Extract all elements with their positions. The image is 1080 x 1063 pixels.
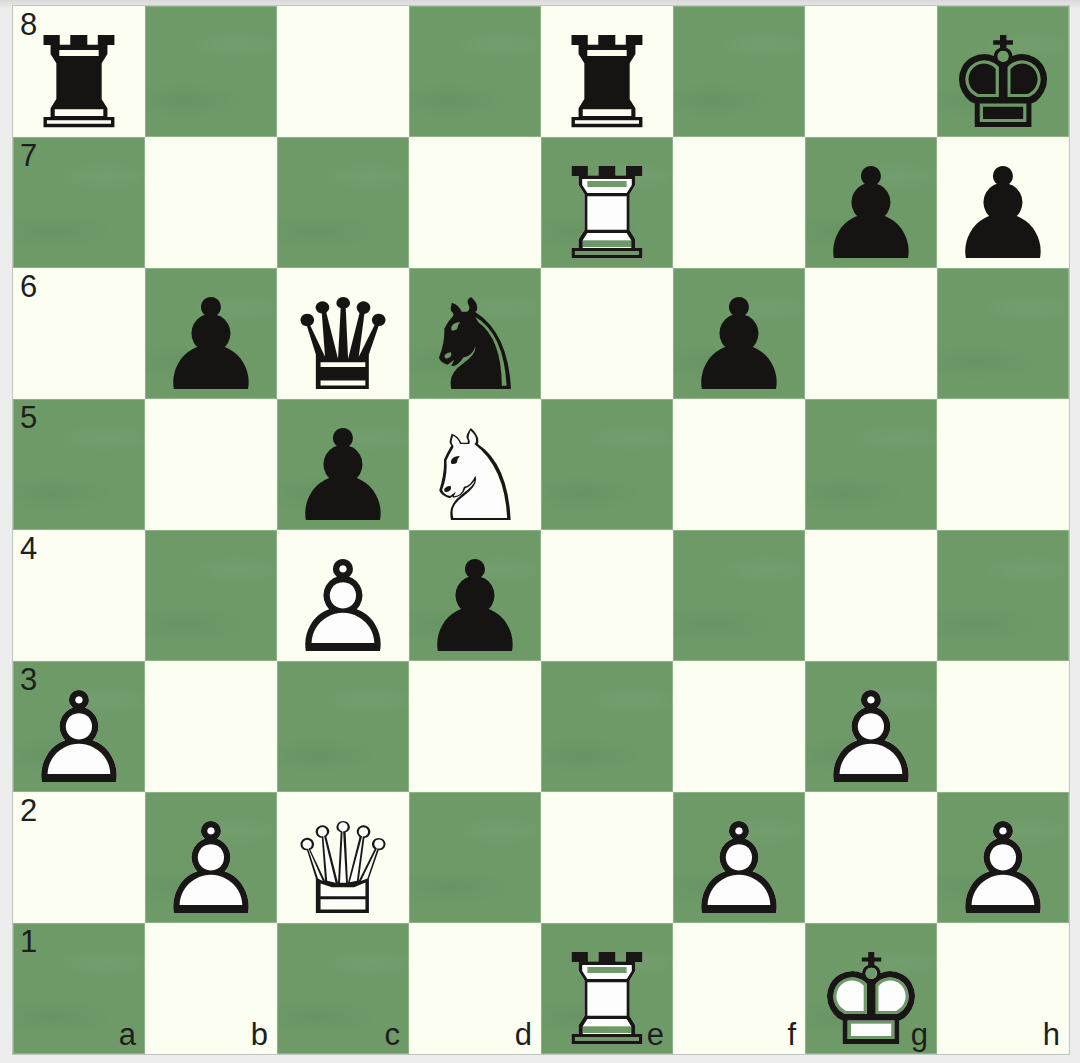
black-pawn-glyph: ♟ xyxy=(145,280,277,411)
square-e5[interactable] xyxy=(541,399,673,530)
white-pawn-piece[interactable]: ♟♙ xyxy=(937,792,1069,923)
square-a3[interactable]: 3♟♙ xyxy=(13,661,145,792)
white-queen-outline: ♕ xyxy=(277,804,409,935)
black-rook-piece[interactable]: ♜ xyxy=(541,6,673,137)
square-f4[interactable] xyxy=(673,530,805,661)
square-e7[interactable]: ♜♖ xyxy=(541,137,673,268)
black-pawn-piece[interactable]: ♟ xyxy=(937,137,1069,268)
square-b3[interactable] xyxy=(145,661,277,792)
file-label-h: h xyxy=(1043,1019,1060,1050)
black-king-piece[interactable]: ♚ xyxy=(937,6,1069,137)
square-f1[interactable]: f xyxy=(673,923,805,1054)
black-pawn-glyph: ♟ xyxy=(409,542,541,673)
black-rook-glyph: ♜ xyxy=(13,18,145,149)
white-rook-piece[interactable]: ♜♖ xyxy=(541,923,673,1054)
black-pawn-glyph: ♟ xyxy=(805,149,937,280)
square-b1[interactable]: b xyxy=(145,923,277,1054)
white-pawn-piece[interactable]: ♟♙ xyxy=(277,530,409,661)
square-d5[interactable]: ♞♘ xyxy=(409,399,541,530)
square-f3[interactable] xyxy=(673,661,805,792)
file-label-d: d xyxy=(515,1019,532,1050)
square-h7[interactable]: ♟ xyxy=(937,137,1069,268)
square-e6[interactable] xyxy=(541,268,673,399)
square-a5[interactable]: 5 xyxy=(13,399,145,530)
white-knight-outline: ♘ xyxy=(409,411,541,542)
black-pawn-piece[interactable]: ♟ xyxy=(409,530,541,661)
square-b2[interactable]: ♟♙ xyxy=(145,792,277,923)
white-pawn-piece[interactable]: ♟♙ xyxy=(805,661,937,792)
square-g6[interactable] xyxy=(805,268,937,399)
square-e4[interactable] xyxy=(541,530,673,661)
black-queen-glyph: ♛ xyxy=(277,280,409,411)
rank-label-5: 5 xyxy=(20,402,37,433)
square-c8[interactable] xyxy=(277,6,409,137)
square-c5[interactable]: ♟ xyxy=(277,399,409,530)
black-knight-glyph: ♞ xyxy=(409,280,541,411)
square-d1[interactable]: d xyxy=(409,923,541,1054)
square-a4[interactable]: 4 xyxy=(13,530,145,661)
white-king-piece[interactable]: ♚♔ xyxy=(805,923,937,1054)
file-label-c: c xyxy=(385,1019,401,1050)
square-g1[interactable]: g♚♔ xyxy=(805,923,937,1054)
white-rook-outline: ♖ xyxy=(541,149,673,280)
rank-label-4: 4 xyxy=(20,533,37,564)
square-f8[interactable] xyxy=(673,6,805,137)
white-pawn-outline: ♙ xyxy=(937,804,1069,935)
square-d4[interactable]: ♟ xyxy=(409,530,541,661)
white-pawn-piece[interactable]: ♟♙ xyxy=(673,792,805,923)
square-g2[interactable] xyxy=(805,792,937,923)
white-pawn-outline: ♙ xyxy=(145,804,277,935)
square-h3[interactable] xyxy=(937,661,1069,792)
white-pawn-piece[interactable]: ♟♙ xyxy=(13,661,145,792)
square-f7[interactable] xyxy=(673,137,805,268)
square-b8[interactable] xyxy=(145,6,277,137)
square-f2[interactable]: ♟♙ xyxy=(673,792,805,923)
white-rook-piece[interactable]: ♜♖ xyxy=(541,137,673,268)
square-g3[interactable]: ♟♙ xyxy=(805,661,937,792)
square-h1[interactable]: h xyxy=(937,923,1069,1054)
black-rook-glyph: ♜ xyxy=(541,18,673,149)
white-pawn-outline: ♙ xyxy=(13,673,145,804)
square-a1[interactable]: 1a xyxy=(13,923,145,1054)
black-pawn-glyph: ♟ xyxy=(673,280,805,411)
white-pawn-outline: ♙ xyxy=(277,542,409,673)
square-a8[interactable]: 8♜ xyxy=(13,6,145,137)
square-c6[interactable]: ♛ xyxy=(277,268,409,399)
square-g5[interactable] xyxy=(805,399,937,530)
white-pawn-outline: ♙ xyxy=(673,804,805,935)
chess-board: 8♜♜♚7♜♖♟♟6♟♛♞♟5♟♞♘4♟♙♟3♟♙♟♙2♟♙♛♕♟♙♟♙1abc… xyxy=(12,5,1070,1055)
square-b7[interactable] xyxy=(145,137,277,268)
white-rook-outline: ♖ xyxy=(541,935,673,1063)
square-f5[interactable] xyxy=(673,399,805,530)
square-e1[interactable]: e♜♖ xyxy=(541,923,673,1054)
square-e8[interactable]: ♜ xyxy=(541,6,673,137)
square-d2[interactable] xyxy=(409,792,541,923)
square-e3[interactable] xyxy=(541,661,673,792)
rank-label-6: 6 xyxy=(20,271,37,302)
black-pawn-glyph: ♟ xyxy=(277,411,409,542)
square-h8[interactable]: ♚ xyxy=(937,6,1069,137)
square-g7[interactable]: ♟ xyxy=(805,137,937,268)
white-pawn-piece[interactable]: ♟♙ xyxy=(145,792,277,923)
white-pawn-outline: ♙ xyxy=(805,673,937,804)
black-pawn-piece[interactable]: ♟ xyxy=(805,137,937,268)
square-d7[interactable] xyxy=(409,137,541,268)
square-b6[interactable]: ♟ xyxy=(145,268,277,399)
square-a7[interactable]: 7 xyxy=(13,137,145,268)
white-king-outline: ♔ xyxy=(805,935,937,1063)
square-h6[interactable] xyxy=(937,268,1069,399)
square-c3[interactable] xyxy=(277,661,409,792)
square-g4[interactable] xyxy=(805,530,937,661)
square-f6[interactable]: ♟ xyxy=(673,268,805,399)
file-label-b: b xyxy=(251,1019,268,1050)
square-a2[interactable]: 2 xyxy=(13,792,145,923)
page-background: 8♜♜♚7♜♖♟♟6♟♛♞♟5♟♞♘4♟♙♟3♟♙♟♙2♟♙♛♕♟♙♟♙1abc… xyxy=(0,0,1080,1063)
square-c4[interactable]: ♟♙ xyxy=(277,530,409,661)
black-king-glyph: ♚ xyxy=(937,18,1069,149)
square-d8[interactable] xyxy=(409,6,541,137)
square-b5[interactable] xyxy=(145,399,277,530)
rank-label-1: 1 xyxy=(20,926,37,957)
square-c7[interactable] xyxy=(277,137,409,268)
black-pawn-piece[interactable]: ♟ xyxy=(145,268,277,399)
file-label-a: a xyxy=(119,1019,136,1050)
white-knight-piece[interactable]: ♞♘ xyxy=(409,399,541,530)
white-queen-piece[interactable]: ♛♕ xyxy=(277,792,409,923)
square-e2[interactable] xyxy=(541,792,673,923)
square-c2[interactable]: ♛♕ xyxy=(277,792,409,923)
black-pawn-piece[interactable]: ♟ xyxy=(673,268,805,399)
black-queen-piece[interactable]: ♛ xyxy=(277,268,409,399)
square-b4[interactable] xyxy=(145,530,277,661)
black-pawn-glyph: ♟ xyxy=(937,149,1069,280)
black-pawn-piece[interactable]: ♟ xyxy=(277,399,409,530)
square-h4[interactable] xyxy=(937,530,1069,661)
black-knight-piece[interactable]: ♞ xyxy=(409,268,541,399)
square-a6[interactable]: 6 xyxy=(13,268,145,399)
square-h2[interactable]: ♟♙ xyxy=(937,792,1069,923)
square-g8[interactable] xyxy=(805,6,937,137)
file-label-f: f xyxy=(787,1019,796,1050)
square-d3[interactable] xyxy=(409,661,541,792)
square-h5[interactable] xyxy=(937,399,1069,530)
square-d6[interactable]: ♞ xyxy=(409,268,541,399)
square-c1[interactable]: c xyxy=(277,923,409,1054)
black-rook-piece[interactable]: ♜ xyxy=(13,6,145,137)
